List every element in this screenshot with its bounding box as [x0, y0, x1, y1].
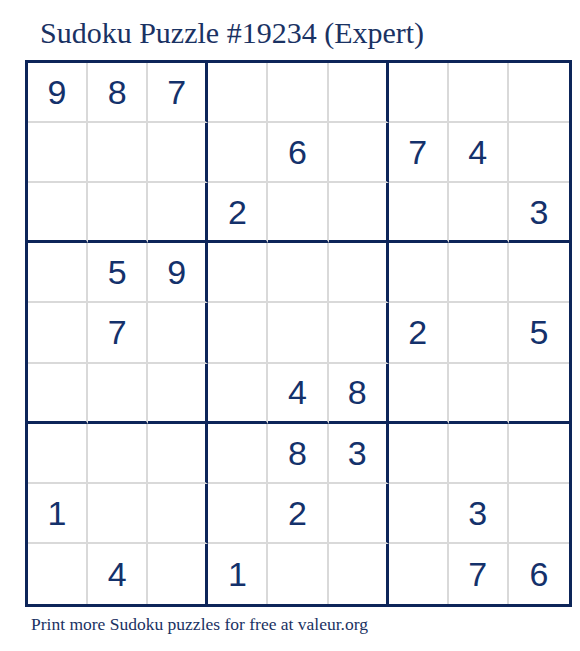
cell-r5c4	[208, 303, 268, 363]
cell-r7c2	[88, 424, 148, 484]
cell-r3c3	[148, 183, 208, 243]
cell-r8c5: 2	[268, 484, 328, 544]
cell-r6c8	[449, 364, 509, 424]
cell-r9c7	[389, 544, 449, 604]
cell-r3c2	[88, 183, 148, 243]
cell-r1c5	[268, 63, 328, 123]
page-title: Sudoku Puzzle #19234 (Expert)	[40, 16, 424, 50]
cell-r9c8: 7	[449, 544, 509, 604]
cell-r5c6	[329, 303, 389, 363]
cell-r9c6	[329, 544, 389, 604]
cell-r9c1	[28, 544, 88, 604]
cell-r4c6	[329, 243, 389, 303]
cell-r8c7	[389, 484, 449, 544]
cell-r2c2	[88, 123, 148, 183]
cell-r8c4	[208, 484, 268, 544]
cell-r6c2	[88, 364, 148, 424]
cell-r6c3	[148, 364, 208, 424]
cell-r4c3: 9	[148, 243, 208, 303]
cell-r7c3	[148, 424, 208, 484]
cell-r2c6	[329, 123, 389, 183]
cell-r8c9	[509, 484, 569, 544]
cell-r7c5: 8	[268, 424, 328, 484]
cell-r4c7	[389, 243, 449, 303]
cell-r6c5: 4	[268, 364, 328, 424]
sudoku-board: 987674235972548831234176	[25, 60, 572, 607]
cell-r2c1	[28, 123, 88, 183]
cell-r9c5	[268, 544, 328, 604]
cell-r2c4	[208, 123, 268, 183]
cell-r9c2: 4	[88, 544, 148, 604]
cell-r8c8: 3	[449, 484, 509, 544]
cell-r6c6: 8	[329, 364, 389, 424]
cell-r3c7	[389, 183, 449, 243]
cell-r1c2: 8	[88, 63, 148, 123]
cell-r7c8	[449, 424, 509, 484]
cell-r3c5	[268, 183, 328, 243]
cell-r7c6: 3	[329, 424, 389, 484]
cell-r6c1	[28, 364, 88, 424]
cell-r1c3: 7	[148, 63, 208, 123]
cell-r8c3	[148, 484, 208, 544]
cell-r4c4	[208, 243, 268, 303]
cell-r5c9: 5	[509, 303, 569, 363]
cell-r2c3	[148, 123, 208, 183]
cell-r4c9	[509, 243, 569, 303]
cell-r1c8	[449, 63, 509, 123]
cell-r3c1	[28, 183, 88, 243]
cell-r5c8	[449, 303, 509, 363]
cell-r2c7: 7	[389, 123, 449, 183]
cell-r5c1	[28, 303, 88, 363]
cell-r4c1	[28, 243, 88, 303]
cell-r4c5	[268, 243, 328, 303]
cell-r7c4	[208, 424, 268, 484]
cell-r1c4	[208, 63, 268, 123]
cell-r8c1: 1	[28, 484, 88, 544]
cell-r8c2	[88, 484, 148, 544]
cell-r7c9	[509, 424, 569, 484]
sudoku-page: Sudoku Puzzle #19234 (Expert) 9876742359…	[0, 0, 580, 651]
cell-r8c6	[329, 484, 389, 544]
cell-r9c9: 6	[509, 544, 569, 604]
cell-r7c7	[389, 424, 449, 484]
cell-r3c4: 2	[208, 183, 268, 243]
cell-r5c3	[148, 303, 208, 363]
cell-r9c4: 1	[208, 544, 268, 604]
cell-r3c9: 3	[509, 183, 569, 243]
cell-r6c9	[509, 364, 569, 424]
cell-r5c7: 2	[389, 303, 449, 363]
cell-r7c1	[28, 424, 88, 484]
cell-r5c5	[268, 303, 328, 363]
cell-r2c9	[509, 123, 569, 183]
cell-r2c8: 4	[449, 123, 509, 183]
cell-r1c9	[509, 63, 569, 123]
cell-r1c1: 9	[28, 63, 88, 123]
cell-r5c2: 7	[88, 303, 148, 363]
cell-r6c7	[389, 364, 449, 424]
cell-r1c7	[389, 63, 449, 123]
cell-r2c5: 6	[268, 123, 328, 183]
cell-r4c2: 5	[88, 243, 148, 303]
cell-r1c6	[329, 63, 389, 123]
cell-r9c3	[148, 544, 208, 604]
cell-r6c4	[208, 364, 268, 424]
footer-credit: Print more Sudoku puzzles for free at va…	[31, 614, 368, 635]
cell-r3c6	[329, 183, 389, 243]
cell-r3c8	[449, 183, 509, 243]
cell-r4c8	[449, 243, 509, 303]
